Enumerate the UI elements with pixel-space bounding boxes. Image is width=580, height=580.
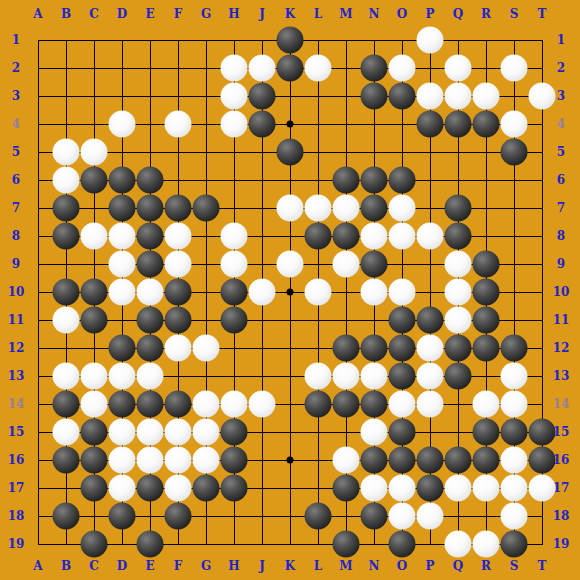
white-stone-d4[interactable] xyxy=(109,111,136,138)
black-stone-p17[interactable] xyxy=(417,475,444,502)
black-stone-s12[interactable] xyxy=(501,335,528,362)
white-stone-h2[interactable] xyxy=(221,55,248,82)
black-stone-r15[interactable] xyxy=(473,419,500,446)
column-label-t: T xyxy=(538,8,547,20)
black-stone-q8[interactable] xyxy=(445,223,472,250)
black-stone-e8[interactable] xyxy=(137,223,164,250)
white-stone-s4[interactable] xyxy=(501,111,528,138)
white-stone-o2[interactable] xyxy=(389,55,416,82)
white-stone-r19[interactable] xyxy=(473,531,500,558)
black-stone-o19[interactable] xyxy=(389,531,416,558)
white-stone-e15[interactable] xyxy=(137,419,164,446)
white-stone-k7[interactable] xyxy=(277,195,304,222)
row-label-3: 3 xyxy=(12,90,20,102)
white-stone-p12[interactable] xyxy=(417,335,444,362)
white-stone-p8[interactable] xyxy=(417,223,444,250)
row-label-4: 4 xyxy=(557,118,565,130)
black-stone-n6[interactable] xyxy=(361,167,388,194)
column-label-l: L xyxy=(314,8,322,20)
white-stone-r3[interactable] xyxy=(473,83,500,110)
row-label-1: 1 xyxy=(12,34,20,46)
white-stone-n13[interactable] xyxy=(361,363,388,390)
star-point-k4 xyxy=(287,121,294,128)
black-stone-j3[interactable] xyxy=(249,83,276,110)
black-stone-n3[interactable] xyxy=(361,83,388,110)
white-stone-t17[interactable] xyxy=(529,475,556,502)
black-stone-n12[interactable] xyxy=(361,335,388,362)
column-label-j: J xyxy=(259,8,265,20)
black-stone-m6[interactable] xyxy=(333,167,360,194)
black-stone-q4[interactable] xyxy=(445,111,472,138)
black-stone-p16[interactable] xyxy=(417,447,444,474)
column-label-j: J xyxy=(259,560,265,572)
white-stone-b11[interactable] xyxy=(53,307,80,334)
column-label-k: K xyxy=(285,8,295,20)
white-stone-e13[interactable] xyxy=(137,363,164,390)
black-stone-q16[interactable] xyxy=(445,447,472,474)
white-stone-p3[interactable] xyxy=(417,83,444,110)
column-label-q: Q xyxy=(453,560,463,572)
row-label-14: 14 xyxy=(8,398,25,410)
row-label-18: 18 xyxy=(8,510,25,522)
white-stone-m9[interactable] xyxy=(333,251,360,278)
white-stone-k9[interactable] xyxy=(277,251,304,278)
black-stone-r11[interactable] xyxy=(473,307,500,334)
white-stone-q3[interactable] xyxy=(445,83,472,110)
black-stone-f14[interactable] xyxy=(165,391,192,418)
column-label-g: G xyxy=(201,8,211,20)
black-stone-t15[interactable] xyxy=(529,419,556,446)
row-label-9: 9 xyxy=(557,258,565,270)
white-stone-g16[interactable] xyxy=(193,447,220,474)
white-stone-p13[interactable] xyxy=(417,363,444,390)
column-label-g: G xyxy=(201,560,211,572)
row-label-5: 5 xyxy=(12,146,20,158)
black-stone-g7[interactable] xyxy=(193,195,220,222)
row-label-12: 12 xyxy=(553,342,570,354)
column-label-r: R xyxy=(481,560,491,572)
column-label-f: F xyxy=(174,560,183,572)
white-stone-m7[interactable] xyxy=(333,195,360,222)
column-label-n: N xyxy=(369,8,380,20)
white-stone-s2[interactable] xyxy=(501,55,528,82)
white-stone-d10[interactable] xyxy=(109,279,136,306)
white-stone-f12[interactable] xyxy=(165,335,192,362)
white-stone-r17[interactable] xyxy=(473,475,500,502)
row-label-18: 18 xyxy=(553,510,570,522)
white-stone-s17[interactable] xyxy=(501,475,528,502)
black-stone-h11[interactable] xyxy=(221,307,248,334)
white-stone-d8[interactable] xyxy=(109,223,136,250)
white-stone-g14[interactable] xyxy=(193,391,220,418)
white-stone-f4[interactable] xyxy=(165,111,192,138)
white-stone-q11[interactable] xyxy=(445,307,472,334)
black-stone-d6[interactable] xyxy=(109,167,136,194)
row-label-4: 4 xyxy=(12,118,20,130)
white-stone-n10[interactable] xyxy=(361,279,388,306)
column-label-d: D xyxy=(117,560,127,572)
row-label-8: 8 xyxy=(557,230,565,242)
white-stone-o14[interactable] xyxy=(389,391,416,418)
black-stone-p11[interactable] xyxy=(417,307,444,334)
black-stone-r10[interactable] xyxy=(473,279,500,306)
black-stone-o13[interactable] xyxy=(389,363,416,390)
black-stone-m19[interactable] xyxy=(333,531,360,558)
white-stone-g12[interactable] xyxy=(193,335,220,362)
black-stone-d18[interactable] xyxy=(109,503,136,530)
white-stone-q17[interactable] xyxy=(445,475,472,502)
star-point-k16 xyxy=(287,457,294,464)
black-stone-m12[interactable] xyxy=(333,335,360,362)
black-stone-c17[interactable] xyxy=(81,475,108,502)
black-stone-e7[interactable] xyxy=(137,195,164,222)
black-stone-d7[interactable] xyxy=(109,195,136,222)
white-stone-j14[interactable] xyxy=(249,391,276,418)
column-label-h: H xyxy=(228,8,239,20)
black-stone-s15[interactable] xyxy=(501,419,528,446)
black-stone-t16[interactable] xyxy=(529,447,556,474)
white-stone-o10[interactable] xyxy=(389,279,416,306)
black-stone-e17[interactable] xyxy=(137,475,164,502)
row-label-3: 3 xyxy=(557,90,565,102)
white-stone-t3[interactable] xyxy=(529,83,556,110)
black-stone-k2[interactable] xyxy=(277,55,304,82)
row-label-16: 16 xyxy=(8,454,25,466)
white-stone-m13[interactable] xyxy=(333,363,360,390)
white-stone-b15[interactable] xyxy=(53,419,80,446)
black-stone-r12[interactable] xyxy=(473,335,500,362)
black-stone-k1[interactable] xyxy=(277,27,304,54)
black-stone-r16[interactable] xyxy=(473,447,500,474)
white-stone-s14[interactable] xyxy=(501,391,528,418)
white-stone-r14[interactable] xyxy=(473,391,500,418)
white-stone-b5[interactable] xyxy=(53,139,80,166)
black-stone-m17[interactable] xyxy=(333,475,360,502)
black-stone-e9[interactable] xyxy=(137,251,164,278)
black-stone-d14[interactable] xyxy=(109,391,136,418)
column-label-q: Q xyxy=(453,8,463,20)
column-label-e: E xyxy=(145,560,154,572)
black-stone-m8[interactable] xyxy=(333,223,360,250)
white-stone-f17[interactable] xyxy=(165,475,192,502)
white-stone-o18[interactable] xyxy=(389,503,416,530)
black-stone-r9[interactable] xyxy=(473,251,500,278)
column-label-r: R xyxy=(481,8,491,20)
black-stone-l18[interactable] xyxy=(305,503,332,530)
black-stone-b16[interactable] xyxy=(53,447,80,474)
black-stone-c6[interactable] xyxy=(81,167,108,194)
white-stone-l13[interactable] xyxy=(305,363,332,390)
black-stone-n9[interactable] xyxy=(361,251,388,278)
black-stone-b14[interactable] xyxy=(53,391,80,418)
black-stone-e12[interactable] xyxy=(137,335,164,362)
black-stone-e11[interactable] xyxy=(137,307,164,334)
white-stone-q10[interactable] xyxy=(445,279,472,306)
black-stone-n18[interactable] xyxy=(361,503,388,530)
white-stone-c5[interactable] xyxy=(81,139,108,166)
column-label-l: L xyxy=(314,560,322,572)
white-stone-p18[interactable] xyxy=(417,503,444,530)
white-stone-l10[interactable] xyxy=(305,279,332,306)
black-stone-m14[interactable] xyxy=(333,391,360,418)
row-label-11: 11 xyxy=(553,314,570,326)
column-label-a: A xyxy=(33,560,42,572)
white-stone-g15[interactable] xyxy=(193,419,220,446)
white-stone-o7[interactable] xyxy=(389,195,416,222)
black-stone-c19[interactable] xyxy=(81,531,108,558)
black-stone-g17[interactable] xyxy=(193,475,220,502)
white-stone-o8[interactable] xyxy=(389,223,416,250)
white-stone-h3[interactable] xyxy=(221,83,248,110)
column-label-b: B xyxy=(61,8,71,20)
black-stone-q12[interactable] xyxy=(445,335,472,362)
white-stone-p14[interactable] xyxy=(417,391,444,418)
black-stone-h10[interactable] xyxy=(221,279,248,306)
white-stone-p1[interactable] xyxy=(417,27,444,54)
row-label-1: 1 xyxy=(557,34,565,46)
column-label-e: E xyxy=(145,8,154,20)
row-label-6: 6 xyxy=(12,174,20,186)
white-stone-f16[interactable] xyxy=(165,447,192,474)
black-stone-c11[interactable] xyxy=(81,307,108,334)
black-stone-h17[interactable] xyxy=(221,475,248,502)
white-stone-c13[interactable] xyxy=(81,363,108,390)
black-stone-h16[interactable] xyxy=(221,447,248,474)
white-stone-h9[interactable] xyxy=(221,251,248,278)
black-stone-f7[interactable] xyxy=(165,195,192,222)
row-label-6: 6 xyxy=(557,174,565,186)
black-stone-b7[interactable] xyxy=(53,195,80,222)
white-stone-s16[interactable] xyxy=(501,447,528,474)
column-label-b: B xyxy=(61,560,71,572)
column-label-o: O xyxy=(397,560,407,572)
white-stone-q9[interactable] xyxy=(445,251,472,278)
row-label-8: 8 xyxy=(12,230,20,242)
white-stone-b13[interactable] xyxy=(53,363,80,390)
black-stone-o16[interactable] xyxy=(389,447,416,474)
white-stone-n8[interactable] xyxy=(361,223,388,250)
column-label-p: P xyxy=(425,560,434,572)
black-stone-b10[interactable] xyxy=(53,279,80,306)
row-label-10: 10 xyxy=(8,286,25,298)
black-stone-f10[interactable] xyxy=(165,279,192,306)
black-stone-c10[interactable] xyxy=(81,279,108,306)
white-stone-c14[interactable] xyxy=(81,391,108,418)
black-stone-b8[interactable] xyxy=(53,223,80,250)
black-stone-c16[interactable] xyxy=(81,447,108,474)
row-label-7: 7 xyxy=(557,202,565,214)
column-label-o: O xyxy=(397,8,407,20)
black-stone-e14[interactable] xyxy=(137,391,164,418)
white-stone-e10[interactable] xyxy=(137,279,164,306)
row-label-15: 15 xyxy=(8,426,25,438)
row-label-11: 11 xyxy=(8,314,25,326)
column-label-s: S xyxy=(510,8,519,20)
black-stone-n2[interactable] xyxy=(361,55,388,82)
black-stone-f18[interactable] xyxy=(165,503,192,530)
white-stone-m16[interactable] xyxy=(333,447,360,474)
column-label-f: F xyxy=(174,8,183,20)
black-stone-k5[interactable] xyxy=(277,139,304,166)
black-stone-s5[interactable] xyxy=(501,139,528,166)
black-stone-l8[interactable] xyxy=(305,223,332,250)
white-stone-j10[interactable] xyxy=(249,279,276,306)
black-stone-s19[interactable] xyxy=(501,531,528,558)
black-stone-e19[interactable] xyxy=(137,531,164,558)
white-stone-n15[interactable] xyxy=(361,419,388,446)
white-stone-o17[interactable] xyxy=(389,475,416,502)
black-stone-f11[interactable] xyxy=(165,307,192,334)
row-label-13: 13 xyxy=(553,370,570,382)
black-stone-n7[interactable] xyxy=(361,195,388,222)
black-stone-l14[interactable] xyxy=(305,391,332,418)
white-stone-f15[interactable] xyxy=(165,419,192,446)
white-stone-h14[interactable] xyxy=(221,391,248,418)
white-stone-q19[interactable] xyxy=(445,531,472,558)
black-stone-b18[interactable] xyxy=(53,503,80,530)
column-label-m: M xyxy=(339,8,352,20)
column-label-d: D xyxy=(117,8,127,20)
white-stone-s13[interactable] xyxy=(501,363,528,390)
column-label-n: N xyxy=(369,560,380,572)
black-stone-d12[interactable] xyxy=(109,335,136,362)
column-label-c: C xyxy=(89,560,99,572)
white-stone-j2[interactable] xyxy=(249,55,276,82)
row-label-2: 2 xyxy=(557,62,565,74)
row-label-17: 17 xyxy=(8,482,25,494)
black-stone-p4[interactable] xyxy=(417,111,444,138)
black-stone-j4[interactable] xyxy=(249,111,276,138)
black-stone-o12[interactable] xyxy=(389,335,416,362)
column-label-a: A xyxy=(33,8,42,20)
white-stone-f9[interactable] xyxy=(165,251,192,278)
white-stone-s18[interactable] xyxy=(501,503,528,530)
column-label-h: H xyxy=(228,560,239,572)
white-stone-h4[interactable] xyxy=(221,111,248,138)
column-label-c: C xyxy=(89,8,99,20)
black-stone-c15[interactable] xyxy=(81,419,108,446)
black-stone-o15[interactable] xyxy=(389,419,416,446)
row-label-19: 19 xyxy=(553,538,570,550)
column-label-s: S xyxy=(510,560,519,572)
white-stone-e16[interactable] xyxy=(137,447,164,474)
black-stone-o6[interactable] xyxy=(389,167,416,194)
black-stone-e6[interactable] xyxy=(137,167,164,194)
white-stone-d13[interactable] xyxy=(109,363,136,390)
row-label-2: 2 xyxy=(12,62,20,74)
row-label-14: 14 xyxy=(553,398,570,410)
white-stone-d15[interactable] xyxy=(109,419,136,446)
white-stone-l2[interactable] xyxy=(305,55,332,82)
row-label-13: 13 xyxy=(8,370,25,382)
black-stone-o3[interactable] xyxy=(389,83,416,110)
white-stone-d16[interactable] xyxy=(109,447,136,474)
black-stone-o11[interactable] xyxy=(389,307,416,334)
black-stone-h15[interactable] xyxy=(221,419,248,446)
row-label-19: 19 xyxy=(8,538,25,550)
row-label-12: 12 xyxy=(8,342,25,354)
black-stone-r4[interactable] xyxy=(473,111,500,138)
star-point-k10 xyxy=(287,289,294,296)
white-stone-l7[interactable] xyxy=(305,195,332,222)
row-label-10: 10 xyxy=(553,286,570,298)
black-stone-q13[interactable] xyxy=(445,363,472,390)
go-board[interactable]: AABBCCDDEEFFGGHHJJKKLLMMNNOOPPQQRRSSTT11… xyxy=(0,0,580,580)
row-label-5: 5 xyxy=(557,146,565,158)
white-stone-c8[interactable] xyxy=(81,223,108,250)
white-stone-h8[interactable] xyxy=(221,223,248,250)
black-stone-n16[interactable] xyxy=(361,447,388,474)
column-label-m: M xyxy=(339,560,352,572)
column-label-p: P xyxy=(425,8,434,20)
column-label-k: K xyxy=(285,560,295,572)
black-stone-n14[interactable] xyxy=(361,391,388,418)
row-label-9: 9 xyxy=(12,258,20,270)
white-stone-d17[interactable] xyxy=(109,475,136,502)
row-label-7: 7 xyxy=(12,202,20,214)
black-stone-q7[interactable] xyxy=(445,195,472,222)
column-label-t: T xyxy=(538,560,547,572)
white-stone-q2[interactable] xyxy=(445,55,472,82)
white-stone-n17[interactable] xyxy=(361,475,388,502)
white-stone-b6[interactable] xyxy=(53,167,80,194)
white-stone-d9[interactable] xyxy=(109,251,136,278)
white-stone-f8[interactable] xyxy=(165,223,192,250)
